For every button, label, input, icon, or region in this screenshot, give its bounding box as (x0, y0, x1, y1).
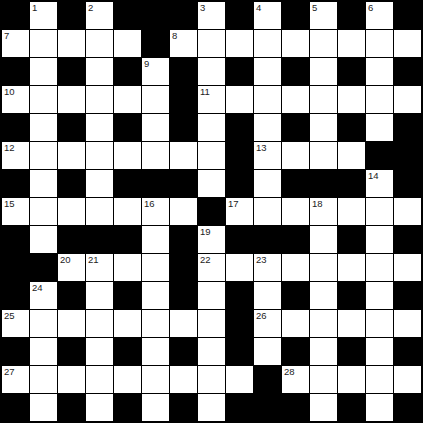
clue-number: 15 (4, 199, 15, 209)
cell-r3c6[interactable]: 9 (142, 58, 169, 85)
cell-r6c7[interactable] (170, 142, 197, 169)
cell-r11c11 (282, 282, 309, 309)
cell-r12c12[interactable] (310, 310, 337, 337)
cell-r3c13 (338, 58, 365, 85)
cell-r1c12[interactable]: 5 (310, 2, 337, 29)
cell-r13c5 (114, 338, 141, 365)
cell-r6c3[interactable] (58, 142, 85, 169)
cell-r5c13 (338, 114, 365, 141)
cell-r2c1[interactable]: 7 (2, 30, 29, 57)
cell-r7c14[interactable]: 14 (366, 170, 393, 197)
cell-r10c11[interactable] (282, 254, 309, 281)
cell-r3c12[interactable] (310, 58, 337, 85)
cell-r7c12 (310, 170, 337, 197)
cell-r7c10[interactable] (254, 170, 281, 197)
cell-r9c7 (170, 226, 197, 253)
cell-r9c1 (2, 226, 29, 253)
cell-r12c5[interactable] (114, 310, 141, 337)
cell-r15c3 (58, 394, 85, 421)
cell-r5c6[interactable] (142, 114, 169, 141)
cell-r15c15 (394, 394, 421, 421)
cell-r13c7 (170, 338, 197, 365)
cell-r13c15 (394, 338, 421, 365)
cell-r8c2[interactable] (30, 198, 57, 225)
cell-r3c11 (282, 58, 309, 85)
cell-r4c14[interactable] (366, 86, 393, 113)
cell-r5c1 (2, 114, 29, 141)
cell-r5c9 (226, 114, 253, 141)
cell-r7c15 (394, 170, 421, 197)
cell-r6c12[interactable] (310, 142, 337, 169)
cell-r13c9 (226, 338, 253, 365)
cell-r5c12[interactable] (310, 114, 337, 141)
cell-r3c5 (114, 58, 141, 85)
cell-r6c13[interactable] (338, 142, 365, 169)
cell-r9c6[interactable] (142, 226, 169, 253)
cell-r15c14[interactable] (366, 394, 393, 421)
cell-r9c10 (254, 226, 281, 253)
cell-r3c1 (2, 58, 29, 85)
cell-r8c12[interactable]: 18 (310, 198, 337, 225)
cell-r4c6[interactable] (142, 86, 169, 113)
cell-r2c4[interactable] (86, 30, 113, 57)
cell-r3c14[interactable] (366, 58, 393, 85)
cell-r5c2[interactable] (30, 114, 57, 141)
clue-number: 10 (4, 87, 15, 97)
cell-r10c12[interactable] (310, 254, 337, 281)
cell-r3c4[interactable] (86, 58, 113, 85)
cell-r15c4[interactable] (86, 394, 113, 421)
clue-number: 25 (4, 311, 15, 321)
cell-r1c6 (142, 2, 169, 29)
cell-r4c13[interactable] (338, 86, 365, 113)
cell-r10c9[interactable] (226, 254, 253, 281)
cell-r1c9 (226, 2, 253, 29)
cell-r5c10[interactable] (254, 114, 281, 141)
cell-r12c10[interactable]: 26 (254, 310, 281, 337)
cell-r4c5[interactable] (114, 86, 141, 113)
clue-number: 12 (4, 143, 15, 153)
clue-number: 28 (284, 367, 295, 377)
cell-r8c8 (198, 198, 225, 225)
cell-r11c6[interactable] (142, 282, 169, 309)
cell-r11c2[interactable]: 24 (30, 282, 57, 309)
cell-r14c8[interactable] (198, 366, 225, 393)
cell-r5c15 (394, 114, 421, 141)
cell-r2c11[interactable] (282, 30, 309, 57)
cell-r3c2[interactable] (30, 58, 57, 85)
cell-r4c7 (170, 86, 197, 113)
cell-r3c15 (394, 58, 421, 85)
cell-r12c11[interactable] (282, 310, 309, 337)
cell-r9c12[interactable] (310, 226, 337, 253)
cell-r14c5[interactable] (114, 366, 141, 393)
cell-r12c7[interactable] (170, 310, 197, 337)
cell-r14c15[interactable] (394, 366, 421, 393)
cell-r10c14[interactable] (366, 254, 393, 281)
cell-r14c4[interactable] (86, 366, 113, 393)
cell-r4c4[interactable] (86, 86, 113, 113)
cell-r9c2[interactable] (30, 226, 57, 253)
clue-number: 16 (144, 199, 155, 209)
clue-number: 9 (144, 59, 149, 69)
cell-r5c5 (114, 114, 141, 141)
cell-r12c2[interactable] (30, 310, 57, 337)
cell-r4c11[interactable] (282, 86, 309, 113)
cell-r6c9 (226, 142, 253, 169)
cell-r11c13 (338, 282, 365, 309)
cell-r14c2[interactable] (30, 366, 57, 393)
cell-r11c4[interactable] (86, 282, 113, 309)
clue-number: 2 (88, 3, 93, 13)
cell-r6c10[interactable]: 13 (254, 142, 281, 169)
clue-number: 24 (32, 283, 43, 293)
cell-r10c8[interactable]: 22 (198, 254, 225, 281)
clue-number: 8 (172, 31, 177, 41)
clue-number: 21 (88, 255, 99, 265)
cell-r10c2 (30, 254, 57, 281)
cell-r15c9 (226, 394, 253, 421)
cell-r8c14[interactable] (366, 198, 393, 225)
cell-r12c1[interactable]: 25 (2, 310, 29, 337)
cell-r2c15[interactable] (394, 30, 421, 57)
cell-r5c3 (58, 114, 85, 141)
cell-r10c3[interactable]: 20 (58, 254, 85, 281)
clue-number: 4 (256, 3, 261, 13)
cell-r1c1 (2, 2, 29, 29)
cell-r1c11 (282, 2, 309, 29)
cell-r7c1 (2, 170, 29, 197)
cell-r14c7[interactable] (170, 366, 197, 393)
cell-r4c2[interactable] (30, 86, 57, 113)
cell-r14c6[interactable] (142, 366, 169, 393)
cell-r4c8[interactable]: 11 (198, 86, 225, 113)
cell-r1c5 (114, 2, 141, 29)
cell-r8c7[interactable] (170, 198, 197, 225)
cell-r4c12[interactable] (310, 86, 337, 113)
cell-r11c10[interactable] (254, 282, 281, 309)
cell-r2c2[interactable] (30, 30, 57, 57)
cell-r14c10 (254, 366, 281, 393)
cell-r1c10[interactable]: 4 (254, 2, 281, 29)
clue-number: 13 (256, 143, 267, 153)
cell-r8c9[interactable]: 17 (226, 198, 253, 225)
cell-r10c4[interactable]: 21 (86, 254, 113, 281)
cell-r4c3[interactable] (58, 86, 85, 113)
cell-r7c2[interactable] (30, 170, 57, 197)
clue-number: 17 (228, 199, 239, 209)
cell-r1c7 (170, 2, 197, 29)
cell-r8c13[interactable] (338, 198, 365, 225)
cell-r6c2[interactable] (30, 142, 57, 169)
cell-r13c8[interactable] (198, 338, 225, 365)
cell-r5c14[interactable] (366, 114, 393, 141)
cell-r15c7 (170, 394, 197, 421)
clue-number: 5 (312, 3, 317, 13)
cell-r10c1 (2, 254, 29, 281)
clue-number: 19 (200, 227, 211, 237)
cell-r9c9 (226, 226, 253, 253)
cell-r1c13 (338, 2, 365, 29)
cell-r11c9 (226, 282, 253, 309)
cell-r3c3 (58, 58, 85, 85)
cell-r9c3 (58, 226, 85, 253)
cell-r6c4[interactable] (86, 142, 113, 169)
clue-number: 1 (32, 3, 37, 13)
cell-r13c6[interactable] (142, 338, 169, 365)
cell-r7c13 (338, 170, 365, 197)
cell-r7c8[interactable] (198, 170, 225, 197)
cell-r7c7 (170, 170, 197, 197)
cell-r8c1[interactable]: 15 (2, 198, 29, 225)
cell-r14c11[interactable]: 28 (282, 366, 309, 393)
cell-r7c11 (282, 170, 309, 197)
cell-r2c13[interactable] (338, 30, 365, 57)
cell-r6c11[interactable] (282, 142, 309, 169)
cell-r11c3 (58, 282, 85, 309)
cell-r12c3[interactable] (58, 310, 85, 337)
cell-r2c5[interactable] (114, 30, 141, 57)
cell-r10c5[interactable] (114, 254, 141, 281)
cell-r11c5 (114, 282, 141, 309)
cell-r3c10[interactable] (254, 58, 281, 85)
cell-r5c4[interactable] (86, 114, 113, 141)
cell-r11c14[interactable] (366, 282, 393, 309)
cell-r6c1[interactable]: 12 (2, 142, 29, 169)
cell-r9c4 (86, 226, 113, 253)
clue-number: 14 (368, 171, 379, 181)
cell-r13c14[interactable] (366, 338, 393, 365)
cell-r7c9 (226, 170, 253, 197)
cell-r14c1[interactable]: 27 (2, 366, 29, 393)
cell-r11c12[interactable] (310, 282, 337, 309)
cell-r10c15[interactable] (394, 254, 421, 281)
cell-r8c4[interactable] (86, 198, 113, 225)
cell-r15c1 (2, 394, 29, 421)
cell-r13c3 (58, 338, 85, 365)
cell-r2c10[interactable] (254, 30, 281, 57)
clue-number: 6 (368, 3, 373, 13)
cell-r6c8[interactable] (198, 142, 225, 169)
cell-r1c3 (58, 2, 85, 29)
cell-r15c6[interactable] (142, 394, 169, 421)
cell-r15c8[interactable] (198, 394, 225, 421)
cell-r2c8[interactable] (198, 30, 225, 57)
cell-r13c11 (282, 338, 309, 365)
cell-r15c5 (114, 394, 141, 421)
cell-r8c10[interactable] (254, 198, 281, 225)
cell-r7c5 (114, 170, 141, 197)
cell-r15c13 (338, 394, 365, 421)
cell-r1c4[interactable]: 2 (86, 2, 113, 29)
cell-r9c14[interactable] (366, 226, 393, 253)
cell-r12c8[interactable] (198, 310, 225, 337)
cell-r4c1[interactable]: 10 (2, 86, 29, 113)
cell-r9c11 (282, 226, 309, 253)
cell-r14c12[interactable] (310, 366, 337, 393)
cell-r5c8[interactable] (198, 114, 225, 141)
cell-r2c14[interactable] (366, 30, 393, 57)
cell-r11c8[interactable] (198, 282, 225, 309)
cell-r1c2[interactable]: 1 (30, 2, 57, 29)
cell-r6c14 (366, 142, 393, 169)
cell-r3c9 (226, 58, 253, 85)
clue-number: 23 (256, 255, 267, 265)
cell-r9c8[interactable]: 19 (198, 226, 225, 253)
cell-r8c15[interactable] (394, 198, 421, 225)
cell-r4c9[interactable] (226, 86, 253, 113)
cell-r6c5[interactable] (114, 142, 141, 169)
cell-r12c14[interactable] (366, 310, 393, 337)
cell-r5c11 (282, 114, 309, 141)
cell-r10c13[interactable] (338, 254, 365, 281)
cell-r12c13[interactable] (338, 310, 365, 337)
cell-r5c7 (170, 114, 197, 141)
cell-r13c12[interactable] (310, 338, 337, 365)
cell-r9c5 (114, 226, 141, 253)
clue-number: 20 (60, 255, 71, 265)
cell-r15c11 (282, 394, 309, 421)
cell-r8c3[interactable] (58, 198, 85, 225)
cell-r1c8[interactable]: 3 (198, 2, 225, 29)
clue-number: 26 (256, 311, 267, 321)
clue-number: 18 (312, 199, 323, 209)
clue-number: 3 (200, 3, 205, 13)
cell-r1c15 (394, 2, 421, 29)
cell-r7c6 (142, 170, 169, 197)
cell-r10c6[interactable] (142, 254, 169, 281)
clue-number: 7 (4, 31, 9, 41)
cell-r12c4[interactable] (86, 310, 113, 337)
cell-r2c6 (142, 30, 169, 57)
cell-r11c15 (394, 282, 421, 309)
cell-r10c7 (170, 254, 197, 281)
cell-r12c15[interactable] (394, 310, 421, 337)
cell-r11c1 (2, 282, 29, 309)
clue-number: 11 (200, 87, 210, 97)
cell-r11c7 (170, 282, 197, 309)
cell-r15c2[interactable] (30, 394, 57, 421)
cell-r2c7[interactable]: 8 (170, 30, 197, 57)
cell-r2c9[interactable] (226, 30, 253, 57)
cell-r9c15 (394, 226, 421, 253)
cell-r6c15 (394, 142, 421, 169)
cell-r13c2[interactable] (30, 338, 57, 365)
cell-r14c13[interactable] (338, 366, 365, 393)
cell-r14c14[interactable] (366, 366, 393, 393)
cell-r3c8[interactable] (198, 58, 225, 85)
cell-r2c3[interactable] (58, 30, 85, 57)
cell-r1c14[interactable]: 6 (366, 2, 393, 29)
cell-r8c5[interactable] (114, 198, 141, 225)
cell-r13c1 (2, 338, 29, 365)
clue-number: 27 (4, 367, 15, 377)
cell-r4c10[interactable] (254, 86, 281, 113)
cell-r4c15[interactable] (394, 86, 421, 113)
cell-r13c10[interactable] (254, 338, 281, 365)
cell-r8c6[interactable]: 16 (142, 198, 169, 225)
cell-r10c10[interactable]: 23 (254, 254, 281, 281)
cell-r14c9[interactable] (226, 366, 253, 393)
cell-r13c4[interactable] (86, 338, 113, 365)
cell-r12c9 (226, 310, 253, 337)
cell-r9c13 (338, 226, 365, 253)
cell-r7c3 (58, 170, 85, 197)
cell-r8c11[interactable] (282, 198, 309, 225)
crossword-board: 1234567891011121314151617181920212223242… (0, 0, 423, 423)
clue-number: 22 (200, 255, 211, 265)
cell-r2c12[interactable] (310, 30, 337, 57)
cell-r14c3[interactable] (58, 366, 85, 393)
cell-r15c10 (254, 394, 281, 421)
cell-r15c12[interactable] (310, 394, 337, 421)
cell-r3c7 (170, 58, 197, 85)
cell-r13c13 (338, 338, 365, 365)
cell-r6c6[interactable] (142, 142, 169, 169)
cell-r7c4[interactable] (86, 170, 113, 197)
cell-r12c6[interactable] (142, 310, 169, 337)
